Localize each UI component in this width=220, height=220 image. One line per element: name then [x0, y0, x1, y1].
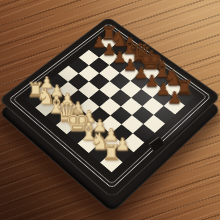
- square-e6[interactable]: [120, 81, 141, 98]
- square-c6[interactable]: [99, 65, 120, 81]
- piece-glyph: ♟: [167, 90, 181, 106]
- square-a6[interactable]: [79, 50, 99, 66]
- chess-box: ♜♞♝♛♚♝♞♜♟♟♟♟♟♟♟♟♟♟♟♟♟♟♟♟♜♞♝♛♚♝♞♜: [0, 0, 220, 220]
- square-g4[interactable]: [122, 115, 144, 133]
- square-f6[interactable]: [131, 89, 152, 106]
- chess-set-photo-scene: ♜♞♝♛♚♝♞♜♟♟♟♟♟♟♟♟♟♟♟♟♟♟♟♟♜♞♝♛♚♝♞♜: [0, 0, 220, 220]
- piece-glyph: ♜: [102, 141, 121, 163]
- chess-box-top-face: ♜♞♝♛♚♝♞♜♟♟♟♟♟♟♟♟♟♟♟♟♟♟♟♟♜♞♝♛♚♝♞♜: [0, 16, 220, 199]
